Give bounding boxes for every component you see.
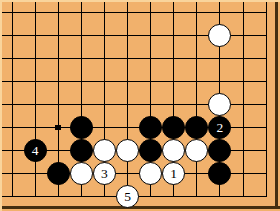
move-number-label: 3 [101, 167, 108, 181]
black-stone [162, 116, 185, 139]
black-stone-4: 4 [24, 139, 47, 162]
board-edge-right [275, 0, 278, 209]
black-stone-2: 2 [208, 116, 231, 139]
black-stone [208, 162, 231, 185]
left-edge-highlight [0, 0, 2, 211]
grid-line-vertical [12, 0, 13, 197]
white-stone-1: 1 [162, 162, 185, 185]
grid-line-horizontal [0, 12, 267, 13]
black-stone [139, 139, 162, 162]
grid-line-vertical [196, 0, 197, 197]
black-stone [70, 139, 93, 162]
black-stone [185, 116, 208, 139]
white-stone [70, 162, 93, 185]
grid-line-horizontal [0, 58, 267, 59]
white-stone [162, 139, 185, 162]
black-stone [47, 162, 70, 185]
grid-line-vertical [266, 0, 267, 197]
grid-line-vertical [35, 0, 36, 197]
black-stone [208, 139, 231, 162]
move-number-label: 2 [217, 121, 224, 135]
black-stone [139, 116, 162, 139]
white-stone [93, 139, 116, 162]
star-point [55, 125, 61, 131]
move-number-label: 4 [32, 144, 39, 158]
grid-line-vertical [243, 0, 244, 197]
move-number-label: 1 [170, 167, 177, 181]
top-edge-highlight [0, 0, 280, 2]
go-board-diagram: 24315 [0, 0, 280, 211]
white-stone [208, 24, 231, 47]
white-stone-3: 3 [93, 162, 116, 185]
white-stone [116, 139, 139, 162]
black-stone [70, 116, 93, 139]
move-number-label: 5 [124, 190, 131, 204]
grid-line-horizontal [0, 81, 267, 82]
white-stone [139, 162, 162, 185]
board-surface: 24315 [0, 0, 280, 211]
white-stone [208, 93, 231, 116]
white-stone [185, 139, 208, 162]
board-edge-bottom [0, 206, 280, 209]
grid-line-vertical [127, 0, 128, 197]
